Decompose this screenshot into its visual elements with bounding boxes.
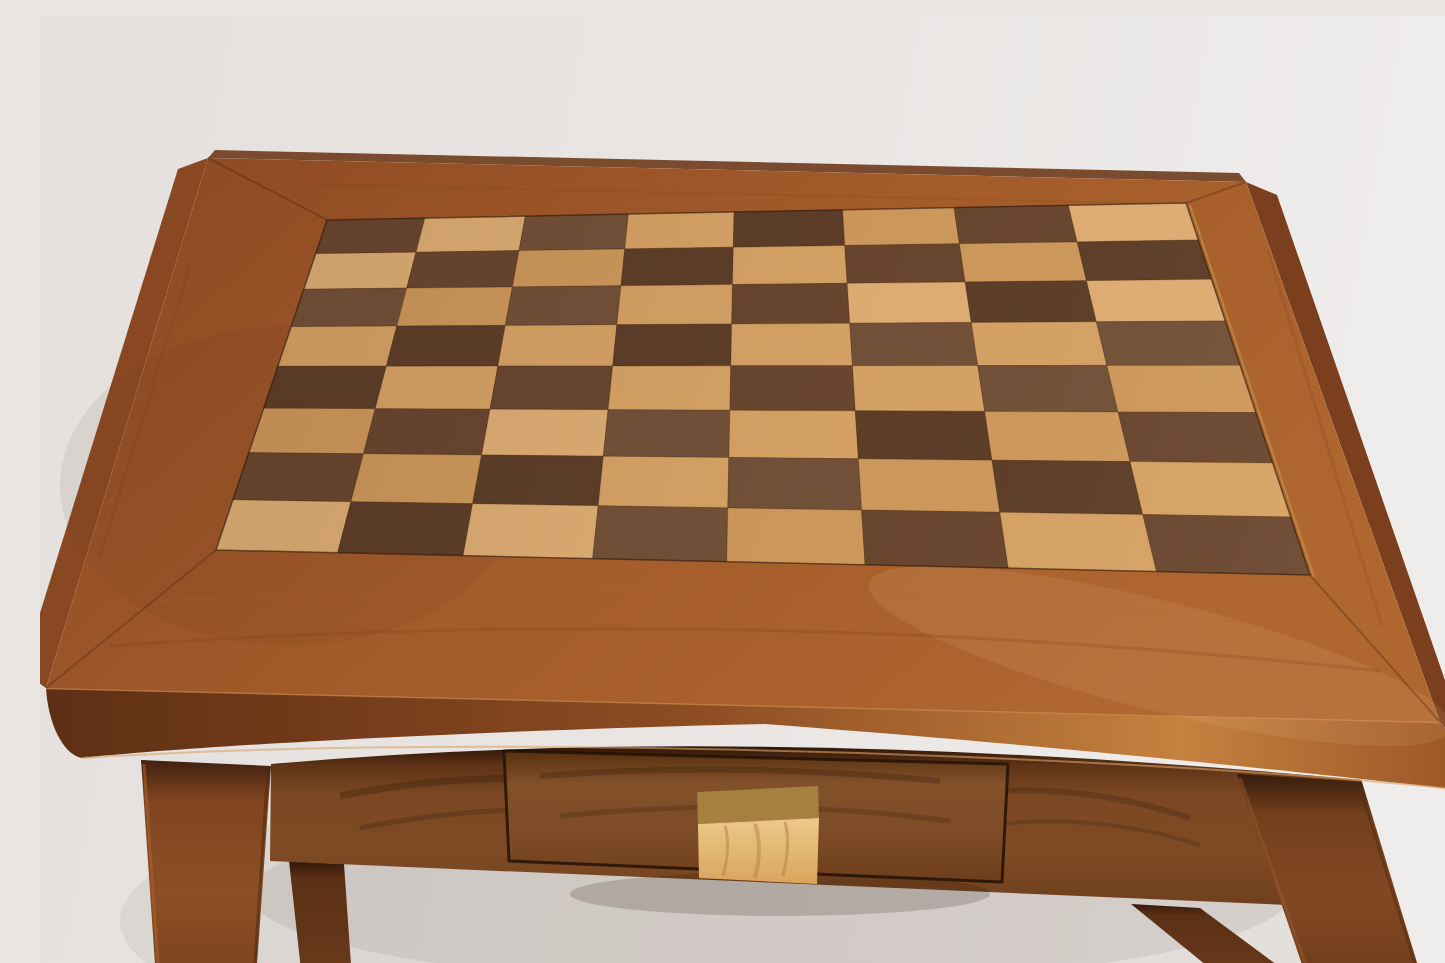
chess-table [40,150,1445,963]
photo-of-chess-table [40,16,1445,963]
drawer-pull-top-face [697,786,819,824]
board-sheen-overlay [216,203,1310,575]
drawer-pull [697,786,819,884]
photo-canvas [40,16,1445,963]
front-left-leg [141,760,271,963]
drawer [504,751,1008,884]
tabletop [40,150,1445,790]
